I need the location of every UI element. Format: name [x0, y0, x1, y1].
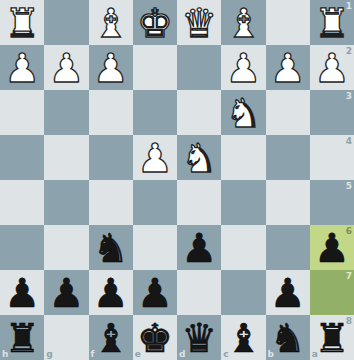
square-g1[interactable] — [44, 0, 88, 45]
square-a5[interactable]: 5 — [310, 180, 354, 225]
square-a2[interactable]: 2♟ — [310, 45, 354, 90]
black-knight-piece[interactable]: ♞ — [266, 315, 310, 360]
square-c4[interactable] — [221, 135, 265, 180]
square-f8[interactable]: f♝ — [89, 315, 133, 360]
white-rook-piece[interactable]: ♜ — [0, 0, 44, 45]
rank-label-4: 4 — [346, 137, 352, 146]
square-c8[interactable]: c♝ — [221, 315, 265, 360]
square-e1[interactable]: ♚ — [133, 0, 177, 45]
square-d7[interactable] — [177, 270, 221, 315]
square-h1[interactable]: ♜ — [0, 0, 44, 45]
square-b3[interactable] — [266, 90, 310, 135]
white-pawn-piece[interactable]: ♟ — [44, 45, 88, 90]
square-b1[interactable] — [266, 0, 310, 45]
black-pawn-piece[interactable]: ♟ — [44, 270, 88, 315]
square-a6[interactable]: 6♟ — [310, 225, 354, 270]
square-f7[interactable]: ♟ — [89, 270, 133, 315]
black-queen-piece[interactable]: ♛ — [177, 315, 221, 360]
black-pawn-piece[interactable]: ♟ — [0, 270, 44, 315]
square-e4[interactable]: ♟ — [133, 135, 177, 180]
black-king-piece[interactable]: ♚ — [133, 315, 177, 360]
square-g2[interactable]: ♟ — [44, 45, 88, 90]
square-g5[interactable] — [44, 180, 88, 225]
white-queen-piece[interactable]: ♛ — [177, 0, 221, 45]
white-bishop-piece[interactable]: ♝ — [221, 0, 265, 45]
white-bishop-piece[interactable]: ♝ — [89, 0, 133, 45]
black-rook-piece[interactable]: ♜ — [310, 315, 354, 360]
square-b7[interactable]: ♟ — [266, 270, 310, 315]
rank-label-5: 5 — [346, 182, 352, 191]
white-pawn-piece[interactable]: ♟ — [310, 45, 354, 90]
square-a7[interactable]: 7 — [310, 270, 354, 315]
square-b8[interactable]: b♞ — [266, 315, 310, 360]
square-c3[interactable]: ♞ — [221, 90, 265, 135]
square-e7[interactable]: ♟ — [133, 270, 177, 315]
square-h5[interactable] — [0, 180, 44, 225]
square-f2[interactable]: ♟ — [89, 45, 133, 90]
black-bishop-piece[interactable]: ♝ — [221, 315, 265, 360]
white-pawn-piece[interactable]: ♟ — [221, 45, 265, 90]
square-g6[interactable] — [44, 225, 88, 270]
white-knight-piece[interactable]: ♞ — [221, 90, 265, 135]
square-g4[interactable] — [44, 135, 88, 180]
white-pawn-piece[interactable]: ♟ — [133, 135, 177, 180]
square-b5[interactable] — [266, 180, 310, 225]
black-pawn-piece[interactable]: ♟ — [310, 225, 354, 270]
square-d3[interactable] — [177, 90, 221, 135]
square-h6[interactable] — [0, 225, 44, 270]
square-a3[interactable]: 3 — [310, 90, 354, 135]
square-d4[interactable]: ♞ — [177, 135, 221, 180]
white-pawn-piece[interactable]: ♟ — [266, 45, 310, 90]
square-f5[interactable] — [89, 180, 133, 225]
square-c1[interactable]: ♝ — [221, 0, 265, 45]
black-pawn-piece[interactable]: ♟ — [133, 270, 177, 315]
file-label-g: g — [46, 350, 52, 359]
square-c6[interactable] — [221, 225, 265, 270]
square-b6[interactable] — [266, 225, 310, 270]
square-e2[interactable] — [133, 45, 177, 90]
white-rook-piece[interactable]: ♜ — [310, 0, 354, 45]
chess-board: ♜♝♚♛♝1♜♟♟♟♟♟2♟♞3♟♞45♞♟6♟♟♟♟♟♟7h♜gf♝e♚d♛c… — [0, 0, 354, 360]
black-pawn-piece[interactable]: ♟ — [266, 270, 310, 315]
square-f3[interactable] — [89, 90, 133, 135]
square-c2[interactable]: ♟ — [221, 45, 265, 90]
square-a4[interactable]: 4 — [310, 135, 354, 180]
square-d8[interactable]: d♛ — [177, 315, 221, 360]
square-e5[interactable] — [133, 180, 177, 225]
square-h3[interactable] — [0, 90, 44, 135]
square-c7[interactable] — [221, 270, 265, 315]
square-h7[interactable]: ♟ — [0, 270, 44, 315]
white-pawn-piece[interactable]: ♟ — [89, 45, 133, 90]
white-king-piece[interactable]: ♚ — [133, 0, 177, 45]
square-e3[interactable] — [133, 90, 177, 135]
square-a8[interactable]: 8a♜ — [310, 315, 354, 360]
black-pawn-piece[interactable]: ♟ — [177, 225, 221, 270]
square-d1[interactable]: ♛ — [177, 0, 221, 45]
square-b4[interactable] — [266, 135, 310, 180]
square-h4[interactable] — [0, 135, 44, 180]
black-pawn-piece[interactable]: ♟ — [89, 270, 133, 315]
white-pawn-piece[interactable]: ♟ — [0, 45, 44, 90]
square-g7[interactable]: ♟ — [44, 270, 88, 315]
square-f1[interactable]: ♝ — [89, 0, 133, 45]
rank-label-7: 7 — [346, 272, 352, 281]
square-g3[interactable] — [44, 90, 88, 135]
square-e8[interactable]: e♚ — [133, 315, 177, 360]
square-f4[interactable] — [89, 135, 133, 180]
black-rook-piece[interactable]: ♜ — [0, 315, 44, 360]
square-h8[interactable]: h♜ — [0, 315, 44, 360]
black-bishop-piece[interactable]: ♝ — [89, 315, 133, 360]
square-d6[interactable]: ♟ — [177, 225, 221, 270]
square-c5[interactable] — [221, 180, 265, 225]
square-f6[interactable]: ♞ — [89, 225, 133, 270]
white-knight-piece[interactable]: ♞ — [177, 135, 221, 180]
square-d2[interactable] — [177, 45, 221, 90]
square-h2[interactable]: ♟ — [0, 45, 44, 90]
square-a1[interactable]: 1♜ — [310, 0, 354, 45]
black-knight-piece[interactable]: ♞ — [89, 225, 133, 270]
square-g8[interactable]: g — [44, 315, 88, 360]
square-d5[interactable] — [177, 180, 221, 225]
square-b2[interactable]: ♟ — [266, 45, 310, 90]
rank-label-3: 3 — [346, 92, 352, 101]
square-e6[interactable] — [133, 225, 177, 270]
